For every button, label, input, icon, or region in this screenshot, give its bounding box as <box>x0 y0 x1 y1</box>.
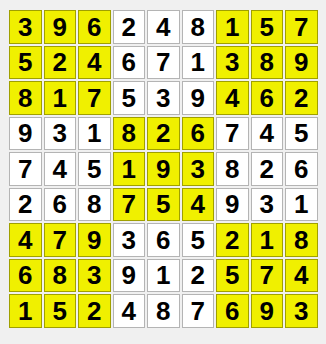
cell-r3c1[interactable]: 8 <box>9 81 42 115</box>
sudoku-board: 3962481575246713898175394629318267457451… <box>9 10 318 328</box>
cell-r8c6[interactable]: 2 <box>182 259 215 293</box>
cell-r6c9[interactable]: 1 <box>285 188 318 222</box>
cell-r1c9[interactable]: 7 <box>285 10 318 44</box>
cell-r8c3[interactable]: 3 <box>78 259 111 293</box>
cell-r5c6[interactable]: 3 <box>182 152 215 186</box>
cell-r3c3[interactable]: 7 <box>78 81 111 115</box>
cell-r6c3[interactable]: 8 <box>78 188 111 222</box>
cell-r4c6[interactable]: 6 <box>182 117 215 151</box>
cell-r6c6[interactable]: 4 <box>182 188 215 222</box>
cell-r4c3[interactable]: 1 <box>78 117 111 151</box>
cell-r9c6[interactable]: 7 <box>182 294 215 328</box>
cell-r7c9[interactable]: 8 <box>285 223 318 257</box>
cell-r1c1[interactable]: 3 <box>9 10 42 44</box>
cell-r2c4[interactable]: 6 <box>113 46 146 80</box>
cell-r4c2[interactable]: 3 <box>44 117 77 151</box>
cell-r9c3[interactable]: 2 <box>78 294 111 328</box>
cell-r5c3[interactable]: 5 <box>78 152 111 186</box>
cell-r8c7[interactable]: 5 <box>216 259 249 293</box>
cell-r2c9[interactable]: 9 <box>285 46 318 80</box>
cell-r4c5[interactable]: 2 <box>147 117 180 151</box>
cell-r3c7[interactable]: 4 <box>216 81 249 115</box>
cell-r2c2[interactable]: 2 <box>44 46 77 80</box>
cell-r1c5[interactable]: 4 <box>147 10 180 44</box>
cell-r8c9[interactable]: 4 <box>285 259 318 293</box>
cell-r9c9[interactable]: 3 <box>285 294 318 328</box>
cell-r3c8[interactable]: 6 <box>251 81 284 115</box>
cell-r9c5[interactable]: 8 <box>147 294 180 328</box>
cell-r8c1[interactable]: 6 <box>9 259 42 293</box>
cell-r7c2[interactable]: 7 <box>44 223 77 257</box>
cell-r6c7[interactable]: 9 <box>216 188 249 222</box>
cell-r5c4[interactable]: 1 <box>113 152 146 186</box>
cell-r7c1[interactable]: 4 <box>9 223 42 257</box>
cell-r1c6[interactable]: 8 <box>182 10 215 44</box>
cell-r3c5[interactable]: 3 <box>147 81 180 115</box>
cell-r2c5[interactable]: 7 <box>147 46 180 80</box>
cell-r7c4[interactable]: 3 <box>113 223 146 257</box>
cell-r9c2[interactable]: 5 <box>44 294 77 328</box>
cell-r3c6[interactable]: 9 <box>182 81 215 115</box>
cell-r9c7[interactable]: 6 <box>216 294 249 328</box>
cell-r4c8[interactable]: 4 <box>251 117 284 151</box>
cell-r7c5[interactable]: 6 <box>147 223 180 257</box>
cell-r5c5[interactable]: 9 <box>147 152 180 186</box>
cell-r4c9[interactable]: 5 <box>285 117 318 151</box>
cell-r1c7[interactable]: 1 <box>216 10 249 44</box>
cell-r3c2[interactable]: 1 <box>44 81 77 115</box>
cell-r9c1[interactable]: 1 <box>9 294 42 328</box>
cell-r2c8[interactable]: 8 <box>251 46 284 80</box>
cell-r5c2[interactable]: 4 <box>44 152 77 186</box>
cell-r8c4[interactable]: 9 <box>113 259 146 293</box>
cell-r9c4[interactable]: 4 <box>113 294 146 328</box>
cell-r3c4[interactable]: 5 <box>113 81 146 115</box>
cell-r6c4[interactable]: 7 <box>113 188 146 222</box>
cell-r9c8[interactable]: 9 <box>251 294 284 328</box>
cell-r2c1[interactable]: 5 <box>9 46 42 80</box>
cell-r8c5[interactable]: 1 <box>147 259 180 293</box>
cell-r2c3[interactable]: 4 <box>78 46 111 80</box>
cell-r6c8[interactable]: 3 <box>251 188 284 222</box>
cell-r5c7[interactable]: 8 <box>216 152 249 186</box>
cell-r4c1[interactable]: 9 <box>9 117 42 151</box>
cell-r1c3[interactable]: 6 <box>78 10 111 44</box>
cell-r6c5[interactable]: 5 <box>147 188 180 222</box>
cell-r8c8[interactable]: 7 <box>251 259 284 293</box>
cell-r5c1[interactable]: 7 <box>9 152 42 186</box>
cell-r5c9[interactable]: 6 <box>285 152 318 186</box>
cell-r7c6[interactable]: 5 <box>182 223 215 257</box>
cell-r7c3[interactable]: 9 <box>78 223 111 257</box>
cell-r6c1[interactable]: 2 <box>9 188 42 222</box>
cell-r1c8[interactable]: 5 <box>251 10 284 44</box>
cell-r4c4[interactable]: 8 <box>113 117 146 151</box>
cell-r8c2[interactable]: 8 <box>44 259 77 293</box>
cell-r5c8[interactable]: 2 <box>251 152 284 186</box>
cell-r3c9[interactable]: 2 <box>285 81 318 115</box>
cell-r2c7[interactable]: 3 <box>216 46 249 80</box>
cell-r7c8[interactable]: 1 <box>251 223 284 257</box>
cell-r1c2[interactable]: 9 <box>44 10 77 44</box>
cell-r7c7[interactable]: 2 <box>216 223 249 257</box>
cell-r4c7[interactable]: 7 <box>216 117 249 151</box>
cell-r2c6[interactable]: 1 <box>182 46 215 80</box>
cell-r6c2[interactable]: 6 <box>44 188 77 222</box>
cell-r1c4[interactable]: 2 <box>113 10 146 44</box>
